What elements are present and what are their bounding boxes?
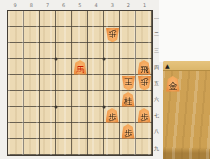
board-cell-8九[interactable] (24, 139, 40, 155)
board-cell-5六[interactable] (72, 91, 88, 107)
rank-label: 八 (153, 123, 161, 139)
rank-label: 五 (153, 75, 161, 91)
board-cell-2三[interactable] (120, 43, 136, 59)
board-cell-9四[interactable] (8, 59, 24, 75)
board-cell-1八[interactable] (136, 123, 152, 139)
file-label: 1 (137, 1, 153, 9)
rank-labels: 一二三四五六七八九 (153, 10, 161, 156)
board-cell-1九[interactable] (136, 139, 152, 155)
piece-kanji: 桂 (124, 96, 132, 106)
shogi-board: 歩馬飛王歩桂歩歩歩 (7, 10, 153, 156)
board-cell-8六[interactable] (24, 91, 40, 107)
rank-label: 三 (153, 42, 161, 58)
board-cell-6五[interactable] (56, 75, 72, 91)
piece-kanji: 金 (168, 80, 177, 91)
rank-label: 九 (153, 140, 161, 156)
board-cell-6三[interactable] (56, 43, 72, 59)
piece-kanji: 歩 (140, 112, 148, 122)
board-cell-8七[interactable] (24, 107, 40, 123)
sente-hand-tray: ▲ 金 (163, 61, 210, 159)
rank-label: 六 (153, 91, 161, 107)
piece-kanji: 歩 (140, 76, 148, 86)
board-cell-9二[interactable] (8, 27, 24, 43)
sente-marker-icon: ▲ (165, 61, 170, 70)
file-label: 9 (7, 1, 23, 9)
file-label: 5 (72, 1, 88, 9)
board-cell-7四[interactable] (40, 59, 56, 75)
file-labels: 987654321 (7, 1, 153, 9)
board-cell-7五[interactable] (40, 75, 56, 91)
board-cell-1六[interactable] (136, 91, 152, 107)
board-cell-3六[interactable] (104, 91, 120, 107)
board-cell-8三[interactable] (24, 43, 40, 59)
board-cell-9八[interactable] (8, 123, 24, 139)
file-label: 3 (104, 1, 120, 9)
board-cell-3八[interactable] (104, 123, 120, 139)
board-cell-6七[interactable] (56, 107, 72, 123)
board-cell-2七[interactable] (120, 107, 136, 123)
board-cell-3一[interactable] (104, 11, 120, 27)
board-cell-9五[interactable] (8, 75, 24, 91)
board-cell-1三[interactable] (136, 43, 152, 59)
board-cell-8八[interactable] (24, 123, 40, 139)
board-cell-4五[interactable] (88, 75, 104, 91)
board-cell-4八[interactable] (88, 123, 104, 139)
board-cell-6二[interactable] (56, 27, 72, 43)
hand-pieces-area: 金 (163, 71, 210, 159)
board-cell-5三[interactable] (72, 43, 88, 59)
file-label: 2 (120, 1, 136, 9)
board-cell-8二[interactable] (24, 27, 40, 43)
board-cell-8四[interactable] (24, 59, 40, 75)
board-cell-4二[interactable] (88, 27, 104, 43)
board-cell-7七[interactable] (40, 107, 56, 123)
rank-label: 二 (153, 26, 161, 42)
piece-kanji: 飛 (140, 64, 148, 74)
board-cell-2一[interactable] (120, 11, 136, 27)
shogi-diagram: 987654321 歩馬飛王歩桂歩歩歩 一二三四五六七八九 ▲ 金 (0, 0, 210, 159)
board-cell-9一[interactable] (8, 11, 24, 27)
board-cell-5一[interactable] (72, 11, 88, 27)
piece-kanji: 馬 (76, 64, 84, 74)
rank-label: 一 (153, 10, 161, 26)
board-cell-7一[interactable] (40, 11, 56, 27)
board-cell-2九[interactable] (120, 139, 136, 155)
piece-kanji: 歩 (108, 112, 116, 122)
file-label: 4 (88, 1, 104, 9)
board-cell-5九[interactable] (72, 139, 88, 155)
board-cell-7九[interactable] (40, 139, 56, 155)
board-cell-9七[interactable] (8, 107, 24, 123)
board-cell-2四[interactable] (120, 59, 136, 75)
board-cell-4四[interactable] (88, 59, 104, 75)
board-cell-7二[interactable] (40, 27, 56, 43)
hand-tray-header: ▲ (163, 61, 210, 71)
board-cell-2二[interactable] (120, 27, 136, 43)
board-cell-9三[interactable] (8, 43, 24, 59)
board-cell-6六[interactable] (56, 91, 72, 107)
file-label: 6 (56, 1, 72, 9)
board-cell-6一[interactable] (56, 11, 72, 27)
file-label: 7 (39, 1, 55, 9)
board-cell-4七[interactable] (88, 107, 104, 123)
board-cell-1一[interactable] (136, 11, 152, 27)
file-label: 8 (23, 1, 39, 9)
board-cell-3五[interactable] (104, 75, 120, 91)
board-cell-9九[interactable] (8, 139, 24, 155)
shogi-piece-金[interactable]: 金 (166, 76, 180, 92)
board-cell-4三[interactable] (88, 43, 104, 59)
board-cell-7八[interactable] (40, 123, 56, 139)
board-cell-3四[interactable] (104, 59, 120, 75)
board-cell-3九[interactable] (104, 139, 120, 155)
board-cell-7六[interactable] (40, 91, 56, 107)
board-cell-9六[interactable] (8, 91, 24, 107)
board-cell-8五[interactable] (24, 75, 40, 91)
board-cell-5八[interactable] (72, 123, 88, 139)
rank-label: 四 (153, 59, 161, 75)
board-cell-3三[interactable] (104, 43, 120, 59)
board-cell-4九[interactable] (88, 139, 104, 155)
board-cell-5五[interactable] (72, 75, 88, 91)
board-cell-7三[interactable] (40, 43, 56, 59)
rank-label: 七 (153, 107, 161, 123)
board-cell-6九[interactable] (56, 139, 72, 155)
board-cell-4一[interactable] (88, 11, 104, 27)
board-cell-6四[interactable] (56, 59, 72, 75)
board-cell-4六[interactable] (88, 91, 104, 107)
background-panel (159, 0, 210, 62)
board-cell-6八[interactable] (56, 123, 72, 139)
board-cell-5二[interactable] (72, 27, 88, 43)
piece-kanji: 歩 (124, 128, 132, 138)
piece-kanji: 王 (124, 76, 132, 86)
board-cell-8一[interactable] (24, 11, 40, 27)
board-cell-5七[interactable] (72, 107, 88, 123)
piece-kanji: 歩 (108, 28, 116, 38)
board-cell-1二[interactable] (136, 27, 152, 43)
